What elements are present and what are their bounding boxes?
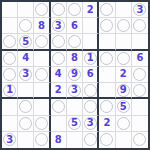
given-digit: 8 [71, 53, 78, 63]
cell-r2c2[interactable] [18, 18, 34, 34]
given-digit: 9 [120, 85, 127, 95]
odd-circle: 1 [84, 52, 97, 65]
cell-r2c9[interactable] [132, 18, 148, 34]
cell-r8c1[interactable] [2, 116, 18, 132]
cell-r7c9[interactable] [132, 99, 148, 115]
given-digit: 3 [87, 118, 94, 128]
odd-circle [35, 3, 48, 16]
odd-circle [19, 117, 32, 130]
odd-circle [117, 52, 130, 65]
cell-r4c9[interactable]: 6 [132, 51, 148, 67]
cell-r6c9[interactable] [132, 83, 148, 99]
cell-r2c7[interactable] [99, 18, 115, 34]
odd-circle: 1 [3, 84, 16, 97]
cell-r9c1[interactable]: 3 [2, 132, 18, 148]
odd-circle [52, 3, 65, 16]
cell-r1c6[interactable]: 2 [83, 2, 99, 18]
sudoku-board: 2383654816349621239553238 [0, 0, 150, 150]
given-digit: 6 [87, 69, 94, 79]
cell-r9c6[interactable] [83, 132, 99, 148]
odd-circle [35, 117, 48, 130]
cell-r8c9[interactable] [132, 116, 148, 132]
given-digit: 2 [120, 69, 127, 79]
cell-r7c4[interactable] [51, 99, 67, 115]
cell-r8c4[interactable] [51, 116, 67, 132]
cell-r4c3[interactable] [34, 51, 50, 67]
odd-circle [52, 100, 65, 113]
given-digit: 2 [55, 85, 62, 95]
cell-r8c6[interactable]: 3 [83, 116, 99, 132]
cell-r4c7[interactable] [99, 51, 115, 67]
odd-circle: 9 [117, 84, 130, 97]
cell-r7c7[interactable] [99, 99, 115, 115]
cell-r6c1[interactable]: 1 [2, 83, 18, 99]
odd-circle: 3 [19, 68, 32, 81]
cell-r6c8[interactable]: 9 [116, 83, 132, 99]
cell-r4c5[interactable]: 8 [67, 51, 83, 67]
given-digit: 4 [22, 53, 29, 63]
cell-r4c1[interactable] [2, 51, 18, 67]
cell-r4c2[interactable]: 4 [18, 51, 34, 67]
cell-r2c4[interactable]: 3 [51, 18, 67, 34]
given-digit: 3 [136, 5, 143, 15]
given-digit: 1 [6, 85, 13, 95]
cell-r9c9[interactable] [132, 132, 148, 148]
cell-r2c5[interactable]: 6 [67, 18, 83, 34]
cell-r3c8[interactable] [116, 34, 132, 50]
odd-circle [68, 3, 81, 16]
odd-circle: 5 [68, 117, 81, 130]
cell-r2c6[interactable] [83, 18, 99, 34]
cell-r6c5[interactable]: 3 [67, 83, 83, 99]
given-digit: 9 [71, 69, 78, 79]
cell-r6c6[interactable] [83, 83, 99, 99]
odd-circle: 3 [52, 19, 65, 32]
given-digit: 1 [87, 53, 94, 63]
given-digit: 3 [55, 21, 62, 31]
odd-circle [100, 100, 113, 113]
cell-r5c3[interactable] [34, 67, 50, 83]
given-digit: 6 [136, 53, 143, 63]
cell-r7c3[interactable] [34, 99, 50, 115]
given-digit: 8 [55, 135, 62, 145]
cell-r1c2[interactable] [18, 2, 34, 18]
cell-r6c3[interactable] [34, 83, 50, 99]
odd-circle [117, 117, 130, 130]
cell-r1c8[interactable] [116, 2, 132, 18]
cell-r3c7[interactable] [99, 34, 115, 50]
cell-r7c2[interactable] [18, 99, 34, 115]
cell-r1c1[interactable] [2, 2, 18, 18]
odd-circle [68, 35, 81, 48]
given-digit: 2 [87, 5, 94, 15]
odd-circle [100, 19, 113, 32]
cell-r4c8[interactable] [116, 51, 132, 67]
odd-circle [52, 52, 65, 65]
cell-r9c7[interactable] [99, 132, 115, 148]
odd-circle [84, 133, 97, 146]
given-digit: 6 [71, 21, 78, 31]
odd-circle [35, 68, 48, 81]
cell-r8c3[interactable] [34, 116, 50, 132]
odd-circle [19, 19, 32, 32]
cell-r5c8[interactable]: 2 [116, 67, 132, 83]
cell-r4c4[interactable] [51, 51, 67, 67]
cell-r5c4[interactable]: 4 [51, 67, 67, 83]
cell-r1c5[interactable] [67, 2, 83, 18]
cell-r6c4[interactable]: 2 [51, 83, 67, 99]
given-digit: 5 [71, 118, 78, 128]
cell-r5c1[interactable] [2, 67, 18, 83]
cell-r5c9[interactable] [132, 67, 148, 83]
cell-r9c4[interactable]: 8 [51, 132, 67, 148]
cell-r5c5[interactable]: 9 [67, 67, 83, 83]
given-digit: 2 [103, 118, 110, 128]
odd-circle [84, 100, 97, 113]
odd-circle: 3 [133, 3, 146, 16]
cell-r7c6[interactable] [83, 99, 99, 115]
cell-r4c6[interactable]: 1 [83, 51, 99, 67]
odd-circle [133, 133, 146, 146]
cell-r1c7[interactable] [99, 2, 115, 18]
cell-r7c8[interactable]: 5 [116, 99, 132, 115]
given-digit: 5 [120, 102, 127, 112]
cell-r7c5[interactable] [67, 99, 83, 115]
cell-r3c5[interactable] [67, 34, 83, 50]
cell-r8c8[interactable] [116, 116, 132, 132]
odd-circle [35, 133, 48, 146]
cell-r2c8[interactable] [116, 18, 132, 34]
odd-circle [133, 68, 146, 81]
odd-circle: 5 [117, 100, 130, 113]
odd-circle: 3 [3, 133, 16, 146]
cell-r3c2[interactable]: 5 [18, 34, 34, 50]
cell-r5c6[interactable]: 6 [83, 67, 99, 83]
cell-r6c2[interactable] [18, 83, 34, 99]
cell-r1c4[interactable] [51, 2, 67, 18]
odd-circle [100, 133, 113, 146]
given-digit: 4 [55, 69, 62, 79]
odd-circle [35, 35, 48, 48]
cell-r3c1[interactable] [2, 34, 18, 50]
given-digit: 3 [6, 135, 13, 145]
cell-r8c7[interactable]: 2 [99, 116, 115, 132]
cell-r2c3[interactable]: 8 [34, 18, 50, 34]
cell-r7c1[interactable] [2, 99, 18, 115]
odd-circle [117, 19, 130, 32]
odd-circle [84, 84, 97, 97]
given-digit: 3 [22, 69, 29, 79]
cell-r3c6[interactable] [83, 34, 99, 50]
cell-r8c5[interactable]: 5 [67, 116, 83, 132]
cell-r3c4[interactable] [51, 34, 67, 50]
cell-r3c3[interactable] [34, 34, 50, 50]
cell-r5c7[interactable] [99, 67, 115, 83]
odd-circle [100, 52, 113, 65]
cell-r1c9[interactable]: 3 [132, 2, 148, 18]
odd-circle [3, 35, 16, 48]
cell-r9c2[interactable] [18, 132, 34, 148]
odd-circle [19, 100, 32, 113]
cell-r9c8[interactable] [116, 132, 132, 148]
odd-circle [3, 68, 16, 81]
cell-r9c5[interactable] [67, 132, 83, 148]
cell-r6c7[interactable] [99, 83, 115, 99]
odd-circle: 9 [68, 68, 81, 81]
odd-circle [100, 3, 113, 16]
odd-circle: 3 [84, 117, 97, 130]
odd-circle [3, 52, 16, 65]
cell-r3c9[interactable] [132, 34, 148, 50]
given-digit: 5 [22, 37, 29, 47]
cell-r1c3[interactable] [34, 2, 50, 18]
odd-circle [133, 19, 146, 32]
given-digit: 8 [38, 21, 45, 31]
cell-r9c3[interactable] [34, 132, 50, 148]
given-digit: 3 [71, 85, 78, 95]
odd-circle: 5 [19, 35, 32, 48]
odd-circle [133, 84, 146, 97]
cell-r2c1[interactable] [2, 18, 18, 34]
cell-r8c2[interactable] [18, 116, 34, 132]
odd-circle [52, 35, 65, 48]
cell-r5c2[interactable]: 3 [18, 67, 34, 83]
odd-circle: 3 [68, 84, 81, 97]
